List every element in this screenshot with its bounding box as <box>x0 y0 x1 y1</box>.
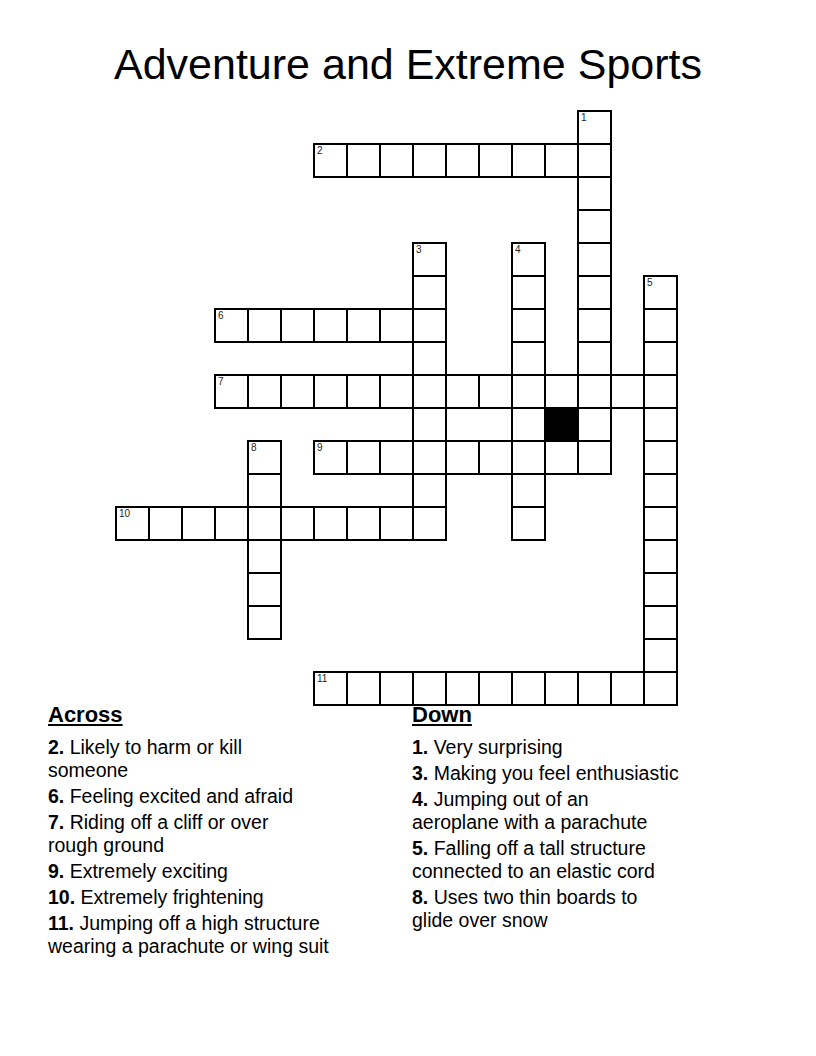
grid-cell[interactable] <box>577 143 612 178</box>
grid-cell[interactable] <box>643 638 678 673</box>
clue-across-11: 11. Jumping off a high structure wearing… <box>48 912 412 958</box>
grid-cell[interactable]: 5 <box>643 275 678 310</box>
grid-cell[interactable] <box>577 341 612 376</box>
clue-list-number: 8. <box>412 886 428 908</box>
grid-cell[interactable] <box>544 440 579 475</box>
grid-cell[interactable] <box>445 440 480 475</box>
clue-list-number: 1. <box>412 736 428 758</box>
grid-cell[interactable] <box>445 374 480 409</box>
grid-cell[interactable] <box>214 506 249 541</box>
cell-number-1: 1 <box>581 113 587 123</box>
grid-cell[interactable] <box>577 242 612 277</box>
grid-cell[interactable] <box>577 374 612 409</box>
grid-cell[interactable] <box>280 308 315 343</box>
grid-cell[interactable] <box>643 539 678 574</box>
down-header: Down <box>412 702 776 728</box>
grid-cell[interactable] <box>412 671 447 706</box>
cell-number-10: 10 <box>119 509 130 519</box>
grid-cell[interactable] <box>379 143 414 178</box>
grid-cell[interactable] <box>511 671 546 706</box>
grid-cell[interactable] <box>346 440 381 475</box>
grid-cell[interactable] <box>412 143 447 178</box>
clue-text: Very surprising <box>434 736 563 758</box>
grid-cell[interactable] <box>346 143 381 178</box>
grid-cell[interactable] <box>643 605 678 640</box>
grid-cell[interactable] <box>247 374 282 409</box>
clue-list-number: 3. <box>412 762 428 784</box>
grid-cell[interactable] <box>247 572 282 607</box>
grid-cell[interactable] <box>412 275 447 310</box>
grid-cell[interactable] <box>643 440 678 475</box>
grid-cell[interactable]: 3 <box>412 242 447 277</box>
clue-list-number: 7. <box>48 811 64 833</box>
clue-across-10: 10. Extremely frightening <box>48 886 412 909</box>
grid-cell[interactable] <box>445 671 480 706</box>
grid-cell[interactable] <box>379 308 414 343</box>
cell-number-7: 7 <box>218 377 224 387</box>
grid-cell[interactable] <box>643 308 678 343</box>
grid-cell[interactable] <box>511 308 546 343</box>
grid-cell[interactable] <box>643 506 678 541</box>
grid-cell[interactable] <box>346 308 381 343</box>
grid-cell[interactable] <box>544 671 579 706</box>
grid-cell[interactable] <box>511 275 546 310</box>
clue-across-2: 2. Likely to harm or kill someone <box>48 736 412 782</box>
grid-cell[interactable] <box>280 506 315 541</box>
grid-cell[interactable] <box>346 374 381 409</box>
black-cell <box>544 407 579 442</box>
grid-cell[interactable]: 7 <box>214 374 249 409</box>
clue-text: Uses two thin boards to glide over snow <box>412 886 637 931</box>
grid-cell[interactable] <box>577 275 612 310</box>
clue-across-7: 7. Riding off a cliff or over rough grou… <box>48 811 412 857</box>
grid-cell[interactable] <box>610 671 645 706</box>
grid-cell[interactable] <box>346 671 381 706</box>
clue-text: Jumping off a high structure wearing a p… <box>48 912 329 957</box>
grid-cell[interactable] <box>544 143 579 178</box>
grid-cell[interactable] <box>247 308 282 343</box>
grid-cell[interactable]: 2 <box>313 143 348 178</box>
grid-cell[interactable] <box>478 671 513 706</box>
clue-down-8: 8. Uses two thin boards to glide over sn… <box>412 886 776 932</box>
across-clues-section: Across 2. Likely to harm or kill someone… <box>48 702 412 961</box>
grid-cell[interactable] <box>247 473 282 508</box>
grid-cell[interactable] <box>643 473 678 508</box>
cell-number-5: 5 <box>647 278 653 288</box>
clue-list-number: 6. <box>48 785 64 807</box>
grid-cell[interactable] <box>412 473 447 508</box>
clue-across-9: 9. Extremely exciting <box>48 860 412 883</box>
grid-cell[interactable] <box>379 440 414 475</box>
grid-cell[interactable] <box>412 308 447 343</box>
clue-text: Feeling excited and afraid <box>70 785 293 807</box>
across-header: Across <box>48 702 412 728</box>
grid-cell[interactable]: 9 <box>313 440 348 475</box>
grid-cell[interactable] <box>511 374 546 409</box>
clue-list-number: 10. <box>48 886 75 908</box>
grid-cell[interactable] <box>445 143 480 178</box>
grid-cell[interactable] <box>181 506 216 541</box>
cell-number-3: 3 <box>416 245 422 255</box>
grid-cell[interactable] <box>280 374 315 409</box>
clue-down-4: 4. Jumping out of an aeroplane with a pa… <box>412 788 776 834</box>
puzzle-title: Adventure and Extreme Sports <box>0 40 816 89</box>
grid-cell[interactable] <box>379 506 414 541</box>
grid-cell[interactable] <box>247 605 282 640</box>
cell-number-8: 8 <box>251 443 257 453</box>
clue-text: Making you feel enthusiastic <box>434 762 679 784</box>
grid-cell[interactable] <box>511 143 546 178</box>
grid-cell[interactable] <box>643 407 678 442</box>
grid-cell[interactable] <box>412 407 447 442</box>
grid-cell[interactable] <box>610 374 645 409</box>
grid-cell[interactable] <box>643 341 678 376</box>
grid-cell[interactable] <box>511 341 546 376</box>
cell-number-11: 11 <box>317 674 327 684</box>
clue-text: Jumping out of an aeroplane with a parac… <box>412 788 647 833</box>
down-clues-section: Down 1. Very surprising3. Making you fee… <box>412 702 776 935</box>
grid-cell[interactable] <box>478 374 513 409</box>
grid-cell[interactable] <box>577 308 612 343</box>
grid-cell[interactable] <box>511 473 546 508</box>
grid-cell[interactable] <box>313 374 348 409</box>
clue-across-6: 6. Feeling excited and afraid <box>48 785 412 808</box>
grid-cell[interactable] <box>478 143 513 178</box>
clue-list-number: 11. <box>48 912 74 934</box>
grid-cell[interactable]: 8 <box>247 440 282 475</box>
grid-cell[interactable] <box>247 506 282 541</box>
clue-down-3: 3. Making you feel enthusiastic <box>412 762 776 785</box>
grid-cell[interactable] <box>346 506 381 541</box>
grid-cell[interactable] <box>313 506 348 541</box>
cell-number-4: 4 <box>515 245 521 255</box>
grid-cell[interactable] <box>412 506 447 541</box>
grid-cell[interactable] <box>643 572 678 607</box>
grid-cell[interactable]: 6 <box>214 308 249 343</box>
grid-cell[interactable] <box>511 506 546 541</box>
cell-number-2: 2 <box>317 146 323 156</box>
grid-cell[interactable]: 4 <box>511 242 546 277</box>
clue-list-number: 2. <box>48 736 64 758</box>
grid-cell[interactable] <box>247 539 282 574</box>
grid-cell[interactable]: 11 <box>313 671 348 706</box>
grid-cell[interactable] <box>643 374 678 409</box>
grid-cell[interactable] <box>577 671 612 706</box>
grid-cell[interactable] <box>643 671 678 706</box>
clue-text: Likely to harm or kill someone <box>48 736 242 781</box>
grid-cell[interactable]: 1 <box>577 110 612 145</box>
grid-cell[interactable] <box>379 671 414 706</box>
clue-text: Falling off a tall structure connected t… <box>412 837 655 882</box>
grid-cell[interactable] <box>379 374 414 409</box>
across-clue-list: 2. Likely to harm or kill someone6. Feel… <box>48 736 412 958</box>
clue-text: Extremely frightening <box>81 886 264 908</box>
clue-list-number: 4. <box>412 788 428 810</box>
grid-cell[interactable] <box>577 209 612 244</box>
clue-text: Riding off a cliff or over rough ground <box>48 811 268 856</box>
grid-cell[interactable] <box>412 374 447 409</box>
crossword-grid: 1234567891011 <box>115 110 678 706</box>
grid-cell[interactable] <box>313 308 348 343</box>
grid-cell[interactable]: 10 <box>115 506 150 541</box>
clue-list-number: 5. <box>412 837 428 859</box>
grid-cell[interactable] <box>511 407 546 442</box>
grid-cell[interactable] <box>577 440 612 475</box>
grid-cell[interactable] <box>148 506 183 541</box>
down-clue-list: 1. Very surprising3. Making you feel ent… <box>412 736 776 932</box>
clue-text: Extremely exciting <box>70 860 228 882</box>
grid-cell[interactable] <box>544 374 579 409</box>
clue-down-5: 5. Falling off a tall structure connecte… <box>412 837 776 883</box>
clue-list-number: 9. <box>48 860 64 882</box>
grid-cell[interactable] <box>478 440 513 475</box>
cell-number-6: 6 <box>218 311 224 321</box>
clue-down-1: 1. Very surprising <box>412 736 776 759</box>
grid-cell[interactable] <box>412 341 447 376</box>
grid-cell[interactable] <box>511 440 546 475</box>
grid-cell[interactable] <box>577 407 612 442</box>
grid-cell[interactable] <box>577 176 612 211</box>
cell-number-9: 9 <box>317 443 323 453</box>
grid-cell[interactable] <box>412 440 447 475</box>
